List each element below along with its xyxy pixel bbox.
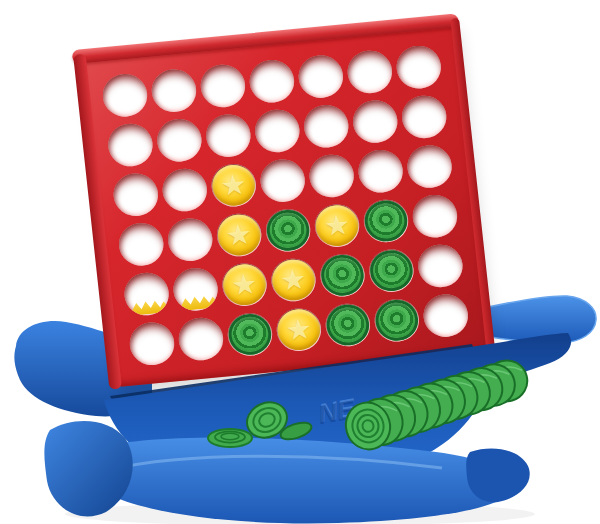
base-front: NE NE — [0, 0, 600, 524]
connect-four-photo: ★★★★★★ NE NE — [0, 0, 600, 524]
front-left-foot — [44, 421, 132, 516]
front-right-foot — [466, 448, 530, 502]
loose-disc-flat — [208, 429, 252, 447]
